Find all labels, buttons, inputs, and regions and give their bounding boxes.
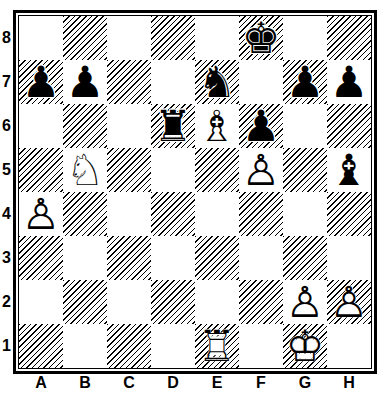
square-g3 [283,236,327,280]
piece-black-bishop: ♝ [327,148,371,192]
piece-black-pawn: ♟ [239,104,283,148]
square-a6 [19,104,63,148]
square-b2 [63,280,107,324]
square-h1 [327,324,371,368]
square-d2 [151,280,195,324]
square-e7: ♞ [195,60,239,104]
rank-label-2: 2 [0,280,13,324]
square-d6: ♜ [151,104,195,148]
square-e3 [195,236,239,280]
square-d1 [151,324,195,368]
piece-white-knight: ♞♘ [63,148,107,192]
square-g7: ♟ [283,60,327,104]
file-label-g: G [283,374,327,392]
square-a1 [19,324,63,368]
square-a5 [19,148,63,192]
square-e5 [195,148,239,192]
square-c6 [107,104,151,148]
piece-black-pawn: ♟ [283,60,327,104]
square-d3 [151,236,195,280]
square-f2 [239,280,283,324]
rank-label-4: 4 [0,192,13,236]
chess-board: ♚♟♟♞♟♟♜♝♗♟♞♘♟♙♝♟♙♟♙♟♙♜♖♚♔ [13,10,377,374]
piece-white-pawn: ♟♙ [19,192,63,236]
square-g6 [283,104,327,148]
square-h8 [327,16,371,60]
file-label-c: C [107,374,151,392]
square-g1: ♚♔ [283,324,327,368]
square-f4 [239,192,283,236]
rank-label-6: 6 [0,104,13,148]
square-b5: ♞♘ [63,148,107,192]
rank-label-1: 1 [0,324,13,368]
square-d7 [151,60,195,104]
square-f6: ♟ [239,104,283,148]
rank-label-8: 8 [0,16,13,60]
square-c1 [107,324,151,368]
square-h3 [327,236,371,280]
square-a2 [19,280,63,324]
square-f7 [239,60,283,104]
file-label-e: E [195,374,239,392]
square-b1 [63,324,107,368]
piece-white-bishop: ♝♗ [195,104,239,148]
square-b4 [63,192,107,236]
square-h7: ♟ [327,60,371,104]
square-f8: ♚ [239,16,283,60]
square-d8 [151,16,195,60]
piece-black-king: ♚ [239,16,283,60]
square-h5: ♝ [327,148,371,192]
piece-white-pawn: ♟♙ [239,148,283,192]
square-c8 [107,16,151,60]
chess-board-grid: ♚♟♟♞♟♟♜♝♗♟♞♘♟♙♝♟♙♟♙♟♙♜♖♚♔ [18,15,372,369]
square-d5 [151,148,195,192]
rank-labels: 8 7 6 5 4 3 2 1 [0,16,13,368]
square-h6 [327,104,371,148]
square-h2: ♟♙ [327,280,371,324]
piece-black-pawn: ♟ [19,60,63,104]
square-a7: ♟ [19,60,63,104]
square-b6 [63,104,107,148]
square-c4 [107,192,151,236]
square-c2 [107,280,151,324]
square-a8 [19,16,63,60]
square-g5 [283,148,327,192]
rank-label-3: 3 [0,236,13,280]
square-e4 [195,192,239,236]
piece-white-rook: ♜♖ [195,324,239,368]
piece-black-pawn: ♟ [63,60,107,104]
file-label-d: D [151,374,195,392]
square-b3 [63,236,107,280]
rank-label-5: 5 [0,148,13,192]
file-label-a: A [19,374,63,392]
square-b7: ♟ [63,60,107,104]
rank-label-7: 7 [0,60,13,104]
file-label-h: H [327,374,371,392]
square-g2: ♟♙ [283,280,327,324]
square-e8 [195,16,239,60]
file-label-f: F [239,374,283,392]
square-a3 [19,236,63,280]
piece-white-king: ♚♔ [283,324,327,368]
square-c3 [107,236,151,280]
piece-white-pawn: ♟♙ [283,280,327,324]
square-f3 [239,236,283,280]
square-g4 [283,192,327,236]
square-h4 [327,192,371,236]
square-a4: ♟♙ [19,192,63,236]
square-c7 [107,60,151,104]
square-e6: ♝♗ [195,104,239,148]
piece-black-knight: ♞ [195,60,239,104]
piece-white-pawn: ♟♙ [327,280,371,324]
file-labels: A B C D E F G H [19,374,371,392]
square-e1: ♜♖ [195,324,239,368]
square-c5 [107,148,151,192]
square-f1 [239,324,283,368]
piece-black-rook: ♜ [151,104,195,148]
square-f5: ♟♙ [239,148,283,192]
chess-diagram: 8 7 6 5 4 3 2 1 ♚♟♟♞♟♟♜♝♗♟♞♘♟♙♝♟♙♟♙♟♙♜♖♚… [0,0,387,394]
square-d4 [151,192,195,236]
square-e2 [195,280,239,324]
square-b8 [63,16,107,60]
file-label-b: B [63,374,107,392]
piece-black-pawn: ♟ [327,60,371,104]
square-g8 [283,16,327,60]
